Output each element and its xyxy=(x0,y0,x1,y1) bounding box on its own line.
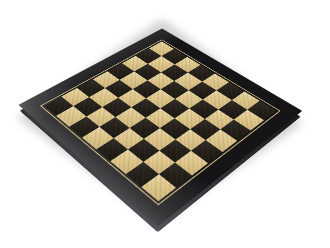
inlay-border xyxy=(40,39,280,205)
board-grid xyxy=(44,41,276,200)
photo-wrap xyxy=(0,0,330,248)
product-photo xyxy=(0,0,330,248)
chess-board xyxy=(18,29,302,227)
board-frame xyxy=(18,29,302,227)
